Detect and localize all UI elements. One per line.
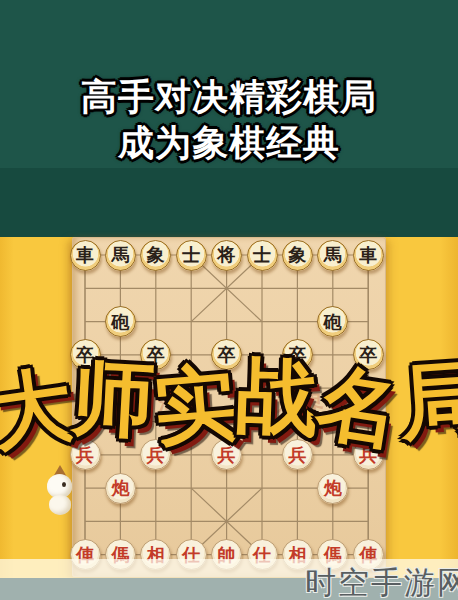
- piece-black-馬[interactable]: 馬: [317, 240, 348, 271]
- game-stage: 楚河 汉界 車馬象士将士象馬車砲砲卒卒卒卒卒兵兵兵兵兵炮炮俥傌相仕帥仕相傌俥 大…: [0, 237, 458, 600]
- mascot-eye: [62, 482, 66, 487]
- piece-black-砲[interactable]: 砲: [105, 306, 136, 337]
- header-banner: 高手对决精彩棋局 成为象棋经典: [0, 0, 458, 237]
- piece-black-象[interactable]: 象: [140, 240, 171, 271]
- piece-black-将[interactable]: 将: [211, 240, 242, 271]
- piece-black-象[interactable]: 象: [282, 240, 313, 271]
- header-title-line1: 高手对决精彩棋局: [0, 74, 458, 120]
- watermark-text: 时空手游网: [305, 562, 458, 600]
- piece-red-炮[interactable]: 炮: [317, 473, 348, 504]
- piece-black-車[interactable]: 車: [353, 240, 384, 271]
- mascot-body: [49, 495, 71, 515]
- river-label-left: 楚河: [124, 389, 190, 420]
- piece-black-士[interactable]: 士: [176, 240, 207, 271]
- xiangqi-board[interactable]: 楚河 汉界 車馬象士将士象馬車砲砲卒卒卒卒卒兵兵兵兵兵炮炮俥傌相仕帥仕相傌俥: [72, 237, 386, 577]
- overlay-title-char-1: 大: [0, 350, 80, 470]
- header-title-line2: 成为象棋经典: [0, 120, 458, 166]
- piece-black-車[interactable]: 車: [70, 240, 101, 271]
- piece-red-兵[interactable]: 兵: [282, 439, 313, 470]
- header-title: 高手对决精彩棋局 成为象棋经典: [0, 74, 458, 166]
- mascot-image: [45, 465, 75, 517]
- river-label: 楚河 汉界: [72, 389, 386, 420]
- piece-black-馬[interactable]: 馬: [105, 240, 136, 271]
- piece-red-兵[interactable]: 兵: [353, 439, 384, 470]
- header-solid-band: [0, 168, 458, 237]
- overlay-title-char-6: 局: [396, 344, 458, 459]
- piece-black-卒[interactable]: 卒: [70, 339, 101, 370]
- river-label-right: 汉界: [268, 389, 334, 420]
- piece-black-卒[interactable]: 卒: [353, 339, 384, 370]
- piece-red-炮[interactable]: 炮: [105, 473, 136, 504]
- piece-black-士[interactable]: 士: [247, 240, 278, 271]
